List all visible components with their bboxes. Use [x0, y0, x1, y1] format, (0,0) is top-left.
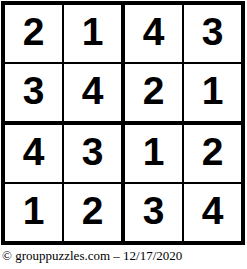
- cell-digit: 1: [23, 191, 45, 230]
- cell-digit: 3: [143, 191, 165, 230]
- cell-digit: 3: [82, 132, 104, 171]
- cell-digit: 2: [23, 12, 45, 51]
- sudoku-cell-r1c3: 4: [125, 5, 182, 62]
- sudoku-board: 2 1 4 3 3 4 2 1 4 3 1 2 1 2 3 4: [1, 1, 245, 245]
- sudoku-cell-r2c2: 4: [64, 64, 121, 121]
- sudoku-cell-r2c1: 3: [5, 64, 62, 121]
- sudoku-cell-r1c1: 2: [5, 5, 62, 62]
- cell-digit: 4: [23, 132, 45, 171]
- sudoku-cell-r4c3: 3: [125, 184, 182, 241]
- cell-digit: 1: [143, 132, 165, 171]
- sudoku-cell-r3c2: 3: [64, 125, 121, 182]
- cell-digit: 4: [82, 71, 104, 110]
- sudoku-cell-r3c4: 2: [184, 125, 241, 182]
- sudoku-cell-r2c4: 1: [184, 64, 241, 121]
- cell-digit: 4: [202, 191, 224, 230]
- sudoku-cell-r4c4: 4: [184, 184, 241, 241]
- copyright-footer: © grouppuzzles.com – 12/17/2020: [2, 248, 182, 264]
- sudoku-cell-r2c3: 2: [125, 64, 182, 121]
- cell-digit: 4: [143, 12, 165, 51]
- sudoku-cell-r4c2: 2: [64, 184, 121, 241]
- cell-digit: 2: [82, 191, 104, 230]
- sudoku-cell-r1c4: 3: [184, 5, 241, 62]
- cell-digit: 3: [202, 12, 224, 51]
- sudoku-cell-r3c3: 1: [125, 125, 182, 182]
- cell-digit: 2: [143, 71, 165, 110]
- sudoku-cell-r4c1: 1: [5, 184, 62, 241]
- sudoku-cell-r1c2: 1: [64, 5, 121, 62]
- cell-digit: 2: [202, 132, 224, 171]
- cell-digit: 1: [202, 71, 224, 110]
- sudoku-cell-r3c1: 4: [5, 125, 62, 182]
- cell-digit: 1: [82, 12, 104, 51]
- cell-digit: 3: [23, 71, 45, 110]
